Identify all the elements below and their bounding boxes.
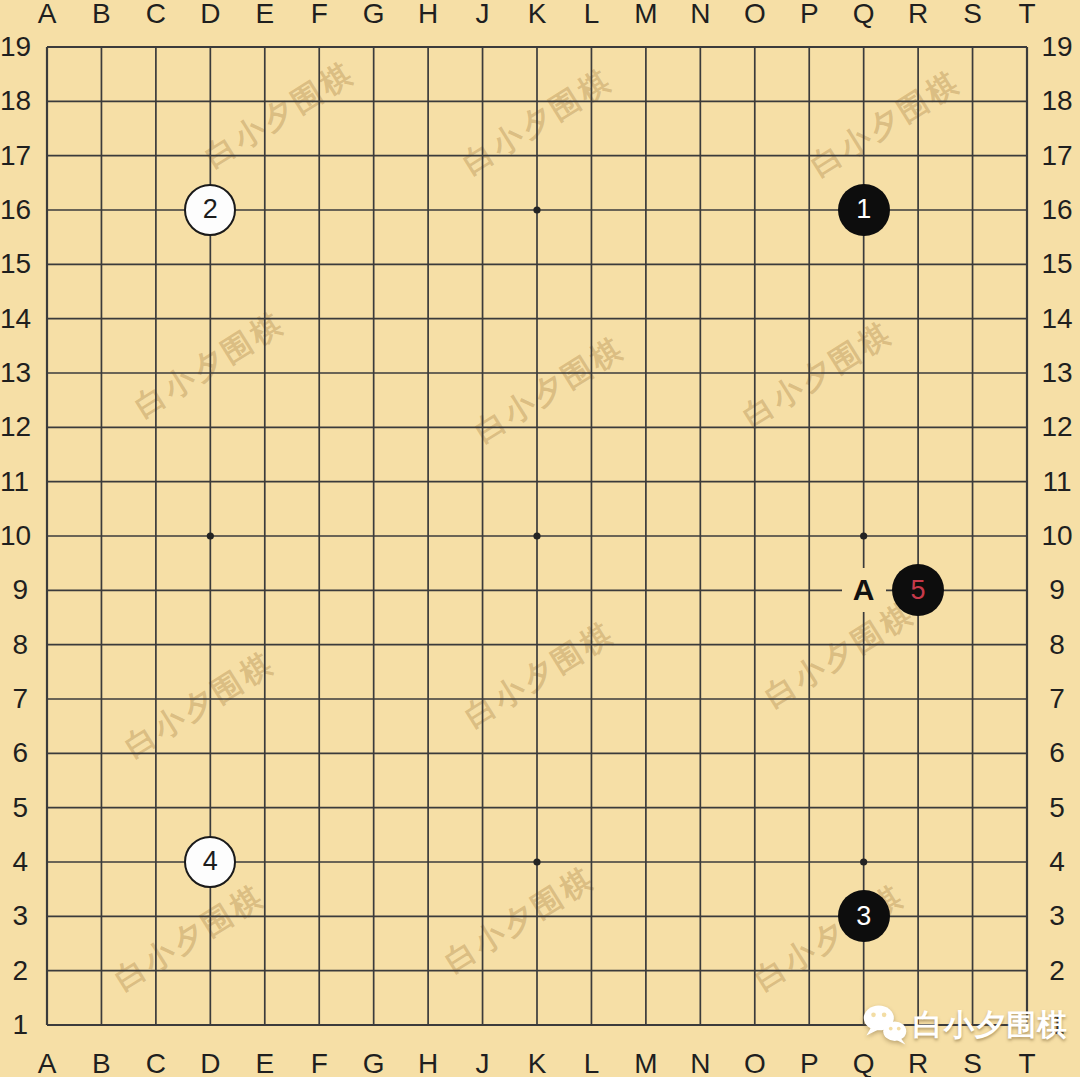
coord-label-bottom-J: J — [461, 1051, 505, 1077]
stone-black-move-5-R9: 5 — [892, 564, 944, 616]
stone-move-number: 1 — [856, 194, 871, 225]
stone-black-move-1-Q16: 1 — [838, 184, 890, 236]
publisher-logo-text: 白小夕围棋 — [913, 1005, 1068, 1046]
stone-cell-Q3: 3 — [836, 889, 890, 943]
coord-label-bottom-M: M — [624, 1051, 668, 1077]
stone-cell-D16: 2 — [183, 183, 237, 237]
coord-label-bottom-G: G — [352, 1051, 396, 1077]
coord-label-bottom-H: H — [406, 1051, 450, 1077]
stone-cell-R9: 5 — [891, 563, 945, 617]
coord-label-bottom-O: O — [733, 1051, 777, 1077]
stone-white-move-4-D4: 4 — [184, 836, 236, 888]
publisher-logo: 白小夕围棋 — [862, 1002, 1068, 1048]
annotation-cell-Q9: A — [836, 563, 890, 617]
stone-move-number: 3 — [856, 901, 871, 932]
stone-move-number: 4 — [203, 846, 218, 877]
coord-label-bottom-P: P — [787, 1051, 831, 1077]
coord-label-bottom-T: T — [1005, 1051, 1049, 1077]
stone-move-number: 5 — [911, 575, 926, 606]
coord-label-bottom-R: R — [896, 1051, 940, 1077]
coord-label-bottom-K: K — [515, 1051, 559, 1077]
coord-label-bottom-C: C — [134, 1051, 178, 1077]
stone-white-move-2-D16: 2 — [184, 184, 236, 236]
coord-label-bottom-N: N — [678, 1051, 722, 1077]
coord-label-bottom-B: B — [79, 1051, 123, 1077]
stone-black-move-3-Q3: 3 — [838, 890, 890, 942]
stone-cell-Q16: 1 — [836, 183, 890, 237]
coord-label-bottom-Q: Q — [842, 1051, 886, 1077]
coord-label-bottom-F: F — [297, 1051, 341, 1077]
coord-label-bottom-S: S — [951, 1051, 995, 1077]
coord-label-bottom-A: A — [25, 1051, 69, 1077]
board-stones-grid: A12345 — [20, 20, 1054, 1052]
stone-cell-D4: 4 — [183, 835, 237, 889]
annotation-label-A: A — [842, 568, 886, 612]
stone-move-number: 2 — [203, 194, 218, 225]
coord-label-bottom-D: D — [188, 1051, 232, 1077]
go-board-screenshot: 白小夕围棋白小夕围棋白小夕围棋白小夕围棋白小夕围棋白小夕围棋白小夕围棋白小夕围棋… — [0, 0, 1080, 1077]
coord-label-bottom-E: E — [243, 1051, 287, 1077]
coord-label-bottom-L: L — [569, 1051, 613, 1077]
wechat-icon — [862, 1003, 908, 1047]
